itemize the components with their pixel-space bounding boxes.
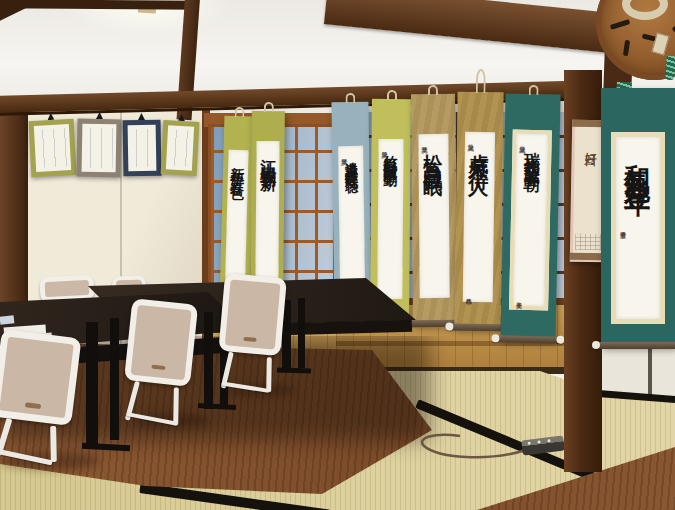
basket-calligraphy-stroke: [623, 40, 630, 57]
scroll-string: [386, 90, 396, 100]
scroll-roller: [597, 342, 675, 349]
calendar-calligraphy: 好日々: [581, 142, 599, 151]
chair: [215, 273, 299, 395]
scroll-calligraphy: 松高白鶴眠: [420, 139, 446, 169]
roller-knob: [592, 341, 600, 349]
scroll-paper: 元旦試筆 松高白鶴眠: [418, 134, 449, 298]
chair-back: [218, 273, 287, 356]
chair-leg: [173, 387, 179, 425]
hanging-scroll-7: 元旦試筆 瑞光欽望改春朝 大黒十里: [500, 93, 560, 340]
scroll-string: [345, 93, 355, 103]
scroll-string: [263, 102, 273, 112]
chair: [0, 329, 93, 467]
outlet-dot: [547, 439, 550, 442]
verse-card: [29, 119, 77, 177]
roller-knob: [445, 323, 453, 331]
card-handwriting: [37, 128, 68, 167]
basket-calligraphy-stroke: [610, 19, 631, 30]
card-paper: [128, 125, 157, 171]
ceiling-beam: [0, 0, 198, 10]
scroll-calligraphy: 歳月不待人: [466, 137, 493, 167]
verse-card: [76, 119, 121, 178]
table-leg: [110, 318, 119, 440]
scroll-paper: 和氣兆豊年 渡邊豊子: [611, 132, 665, 324]
room-photo: 新年好春色 江山景物新 元旦試筆 遺愛寺鐘欹枕聴 元旦試筆 竹影掃階塵不動: [0, 0, 675, 510]
hanging-scroll-5: 元旦試筆 松高白鶴眠: [411, 94, 457, 324]
scroll-roller: [450, 324, 504, 332]
scroll-paper: 江山景物新: [255, 141, 279, 283]
verse-card: [123, 120, 162, 177]
card-paper: [82, 124, 117, 173]
chair: [120, 298, 210, 427]
card-paper: [34, 124, 71, 172]
card-paper: [166, 125, 194, 170]
outlet-dot: [527, 442, 530, 445]
card-handwriting: [169, 130, 191, 167]
hanging-scroll-8: 和氣兆豊年 渡邊豊子: [601, 88, 675, 346]
item-on-table: [0, 315, 14, 324]
calendar-grid: [575, 234, 602, 250]
scroll-paper: 元旦試筆 遺愛寺鐘欹枕聴: [338, 146, 365, 298]
scroll-paper: 新年好春色: [225, 150, 248, 282]
scroll-paper: 元旦試筆 歳月不待人 小島八千代: [463, 132, 495, 302]
scroll-calligraphy: 遺愛寺鐘欹枕聴: [342, 151, 360, 172]
scroll-string: [528, 85, 538, 95]
chair-leg: [50, 426, 57, 462]
scroll-paper: 元旦試筆 竹影掃階塵不動: [377, 139, 403, 299]
chair-back: [0, 329, 82, 426]
scroll-string: [428, 85, 438, 95]
outlet-dot: [537, 440, 540, 443]
green-cloth: [665, 56, 675, 80]
table-leg: [298, 298, 305, 368]
scroll-string: [476, 69, 486, 93]
verse-card: [161, 120, 200, 176]
scroll-calligraphy: 新年好春色: [229, 155, 248, 180]
scroll-calligraphy: 和氣兆豊年: [621, 142, 656, 177]
scroll-calligraphy: 竹影掃階塵不動: [382, 144, 400, 165]
scroll-string: [234, 107, 244, 117]
chair-back: [124, 298, 198, 386]
scroll-paper: 元旦試筆 瑞光欽望改春朝 大黒十里: [509, 130, 552, 311]
card-handwriting: [85, 128, 114, 168]
scroll-calligraphy: 瑞光欽望改春朝: [521, 139, 543, 167]
scroll-calligraphy: 江山景物新: [257, 146, 278, 166]
card-handwriting: [131, 129, 154, 167]
chair-leg: [266, 357, 272, 392]
hanging-scroll-6: 元旦試筆 歳月不待人 小島八千代: [454, 92, 503, 329]
